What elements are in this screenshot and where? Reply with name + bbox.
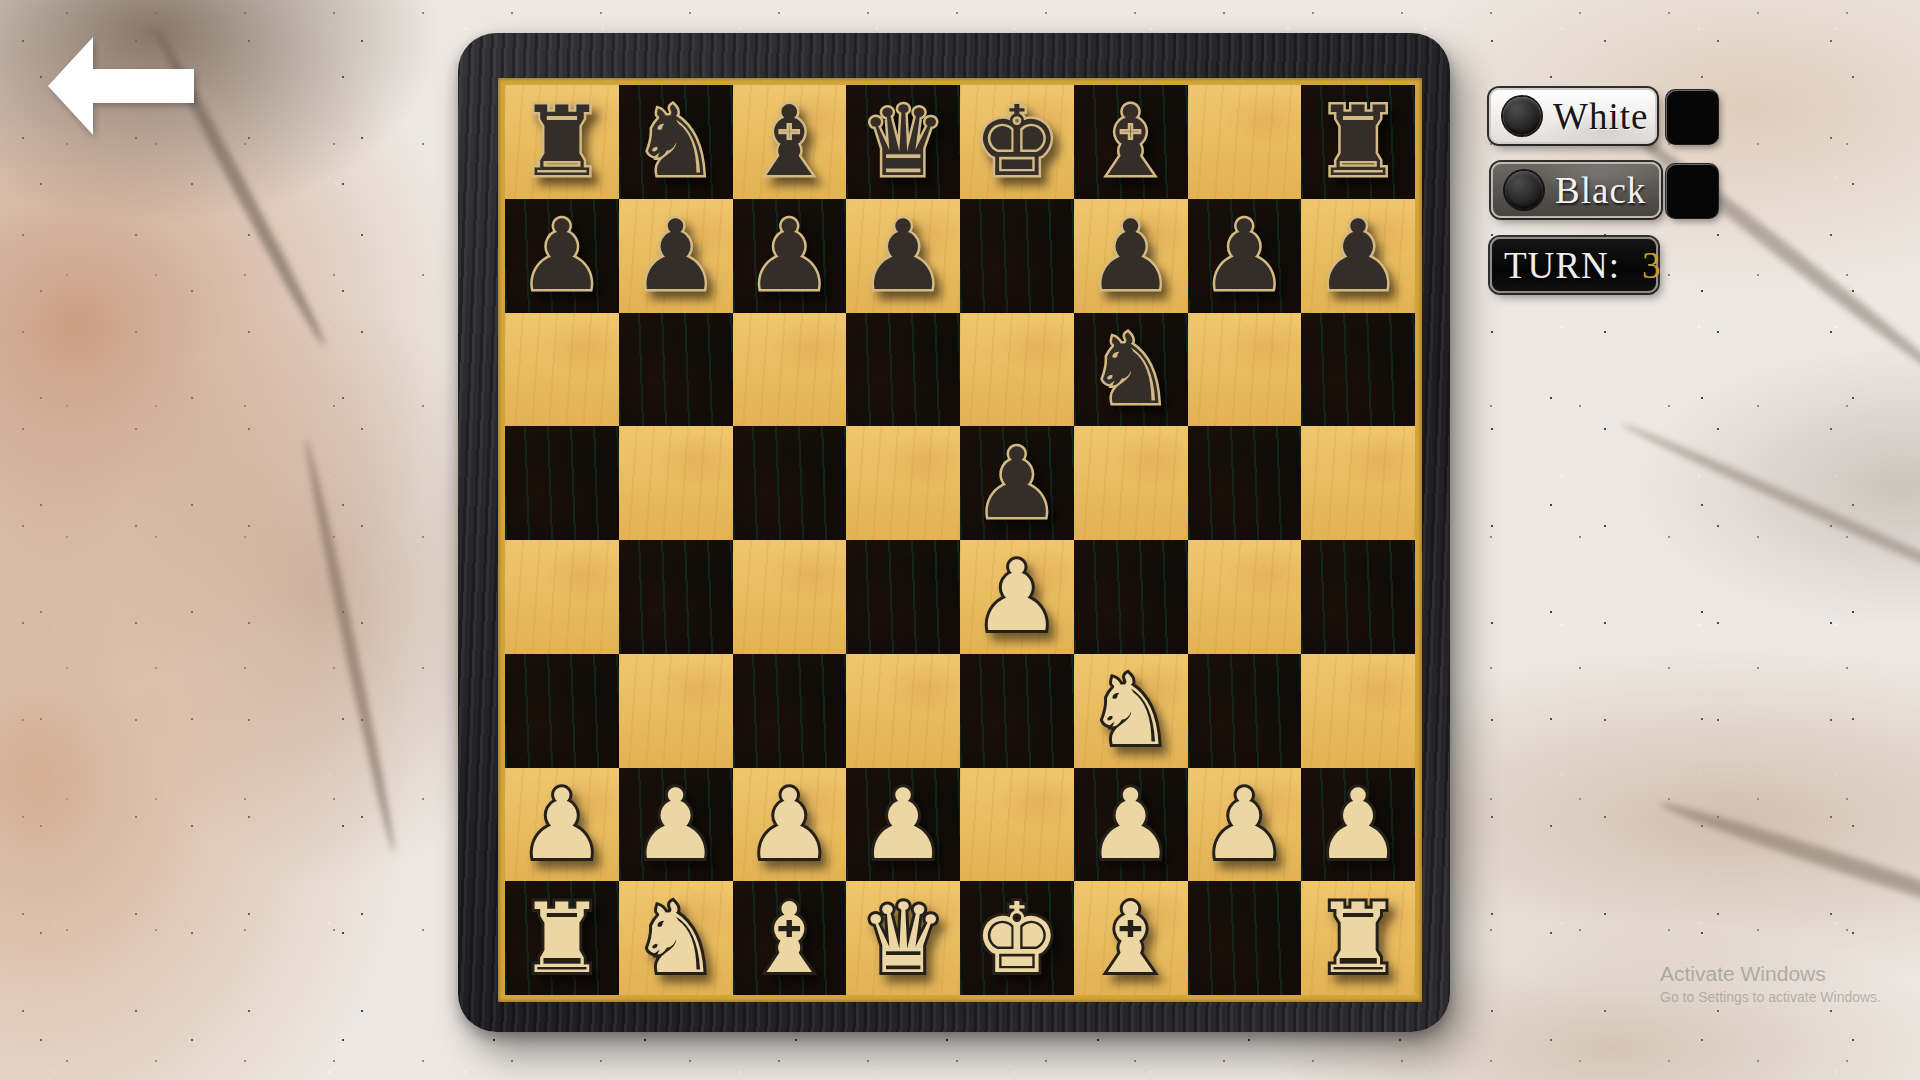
black-queen: ♛ [860,93,947,190]
square-a5[interactable] [505,426,619,540]
black-pawn: ♟ [1315,207,1402,304]
white-player-button[interactable]: White [1489,88,1657,144]
square-e8[interactable]: ♚ [960,85,1074,199]
white-knight: ♞ [1087,662,1174,759]
black-pawn: ♟ [518,207,605,304]
square-g1[interactable] [1188,881,1302,995]
watermark-line1: Activate Windows [1660,962,1881,986]
square-h5[interactable] [1301,426,1415,540]
square-h2[interactable]: ♟ [1301,768,1415,882]
square-a2[interactable]: ♟ [505,768,619,882]
white-bishop: ♝ [1087,890,1174,987]
square-d4[interactable] [846,540,960,654]
square-f8[interactable]: ♝ [1074,85,1188,199]
square-g2[interactable]: ♟ [1188,768,1302,882]
white-rook: ♜ [1315,890,1402,987]
turn-label: TURN: [1504,244,1620,287]
white-pawn: ♟ [973,548,1060,645]
square-g3[interactable] [1188,654,1302,768]
square-c2[interactable]: ♟ [733,768,847,882]
square-d7[interactable]: ♟ [846,199,960,313]
black-pawn: ♟ [746,207,833,304]
black-pawn: ♟ [973,435,1060,532]
square-d3[interactable] [846,654,960,768]
square-d1[interactable]: ♛ [846,881,960,995]
square-f2[interactable]: ♟ [1074,768,1188,882]
white-queen: ♛ [860,890,947,987]
square-c7[interactable]: ♟ [733,199,847,313]
square-d6[interactable] [846,313,960,427]
game-screen: ♜♞♝♛♚♝♜♟♟♟♟♟♟♟♞♟♟♞♟♟♟♟♟♟♟♜♞♝♛♚♝♜ White B… [0,0,1920,1080]
square-e6[interactable] [960,313,1074,427]
square-h8[interactable]: ♜ [1301,85,1415,199]
square-g5[interactable] [1188,426,1302,540]
square-b5[interactable] [619,426,733,540]
square-c3[interactable] [733,654,847,768]
white-bishop: ♝ [746,890,833,987]
black-pawn: ♟ [860,207,947,304]
square-g4[interactable] [1188,540,1302,654]
square-f3[interactable]: ♞ [1074,654,1188,768]
square-a6[interactable] [505,313,619,427]
square-h1[interactable]: ♜ [1301,881,1415,995]
turn-indicator: TURN: 3 [1490,237,1658,293]
windows-activation-watermark: Activate Windows Go to Settings to activ… [1660,962,1881,1005]
square-f6[interactable]: ♞ [1074,313,1188,427]
square-c6[interactable] [733,313,847,427]
square-c5[interactable] [733,426,847,540]
white-pawn: ♟ [1315,776,1402,873]
black-king: ♚ [973,93,1060,190]
black-bishop: ♝ [1087,93,1174,190]
back-button[interactable] [48,37,194,135]
square-b1[interactable]: ♞ [619,881,733,995]
square-a1[interactable]: ♜ [505,881,619,995]
watermark-line2: Go to Settings to activate Windows. [1660,989,1881,1005]
square-b7[interactable]: ♟ [619,199,733,313]
square-b3[interactable] [619,654,733,768]
square-e4[interactable]: ♟ [960,540,1074,654]
square-a3[interactable] [505,654,619,768]
chess-board: ♜♞♝♛♚♝♜♟♟♟♟♟♟♟♞♟♟♞♟♟♟♟♟♟♟♜♞♝♛♚♝♜ [505,85,1415,995]
white-pawn: ♟ [1087,776,1174,873]
white-player-label: White [1553,95,1648,138]
square-c4[interactable] [733,540,847,654]
black-rook: ♜ [518,93,605,190]
square-c1[interactable]: ♝ [733,881,847,995]
black-bishop: ♝ [746,93,833,190]
square-b6[interactable] [619,313,733,427]
back-arrow-icon [48,37,194,135]
square-a8[interactable]: ♜ [505,85,619,199]
white-player-knob-icon [1503,97,1541,135]
white-pawn: ♟ [518,776,605,873]
square-f1[interactable]: ♝ [1074,881,1188,995]
square-d8[interactable]: ♛ [846,85,960,199]
square-f7[interactable]: ♟ [1074,199,1188,313]
square-c8[interactable]: ♝ [733,85,847,199]
white-rook: ♜ [518,890,605,987]
black-rook: ♜ [1315,93,1402,190]
square-h7[interactable]: ♟ [1301,199,1415,313]
white-pawn: ♟ [632,776,719,873]
square-g8[interactable] [1188,85,1302,199]
square-f4[interactable] [1074,540,1188,654]
turn-value: 3 [1642,244,1661,287]
white-pawn: ♟ [746,776,833,873]
marble-vein [1657,796,1920,943]
white-pawn: ♟ [1201,776,1288,873]
marble-vein [1619,419,1920,633]
black-pawn: ♟ [1201,207,1288,304]
square-e5[interactable]: ♟ [960,426,1074,540]
square-b8[interactable]: ♞ [619,85,733,199]
black-pawn: ♟ [1087,207,1174,304]
square-e3[interactable] [960,654,1074,768]
white-knight: ♞ [632,890,719,987]
white-pawn: ♟ [860,776,947,873]
white-king: ♚ [973,890,1060,987]
square-e7[interactable] [960,199,1074,313]
square-f5[interactable] [1074,426,1188,540]
black-pawn: ♟ [632,207,719,304]
square-g7[interactable]: ♟ [1188,199,1302,313]
square-e2[interactable] [960,768,1074,882]
square-e1[interactable]: ♚ [960,881,1074,995]
black-player-knob-icon [1505,171,1543,209]
marble-vein [300,439,399,852]
square-d5[interactable] [846,426,960,540]
square-a7[interactable]: ♟ [505,199,619,313]
square-a4[interactable] [505,540,619,654]
square-h4[interactable] [1301,540,1415,654]
square-h3[interactable] [1301,654,1415,768]
white-player-color-swatch[interactable] [1666,90,1718,144]
square-h6[interactable] [1301,313,1415,427]
square-g6[interactable] [1188,313,1302,427]
square-d2[interactable]: ♟ [846,768,960,882]
black-player-label: Black [1555,169,1646,212]
square-b2[interactable]: ♟ [619,768,733,882]
black-knight: ♞ [632,93,719,190]
black-player-button[interactable]: Black [1491,162,1661,218]
black-knight: ♞ [1087,321,1174,418]
square-b4[interactable] [619,540,733,654]
black-player-color-swatch[interactable] [1666,164,1718,218]
chess-board-frame: ♜♞♝♛♚♝♜♟♟♟♟♟♟♟♞♟♟♞♟♟♟♟♟♟♟♜♞♝♛♚♝♜ [458,33,1450,1032]
